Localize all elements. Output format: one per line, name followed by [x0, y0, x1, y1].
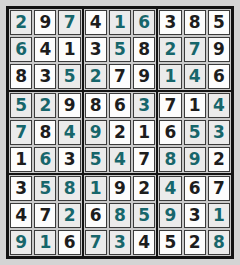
box-4: 529784163 [9, 92, 82, 173]
cell-r2c7[interactable]: 2 [159, 37, 181, 62]
cell-r1c5[interactable]: 1 [109, 10, 131, 35]
cell-r2c8[interactable]: 7 [184, 37, 206, 62]
cell-r2c4[interactable]: 3 [85, 37, 107, 62]
cell-r4c2[interactable]: 2 [34, 93, 56, 118]
cell-r3c1[interactable]: 8 [10, 64, 32, 89]
cell-r3c2[interactable]: 3 [34, 64, 56, 89]
cell-r5c7[interactable]: 6 [159, 120, 181, 145]
cell-r7c1[interactable]: 3 [10, 176, 32, 201]
cell-r6c7[interactable]: 8 [159, 147, 181, 172]
cell-r5c9[interactable]: 3 [208, 120, 230, 145]
cell-r5c4[interactable]: 9 [85, 120, 107, 145]
cell-r2c5[interactable]: 5 [109, 37, 131, 62]
cell-r8c5[interactable]: 8 [109, 203, 131, 228]
cell-r6c4[interactable]: 5 [85, 147, 107, 172]
cell-r2c3[interactable]: 1 [58, 37, 80, 62]
cell-r7c9[interactable]: 7 [208, 176, 230, 201]
cell-r9c5[interactable]: 3 [109, 230, 131, 255]
sudoku-board: 2976418354163582793852791465297841638639… [6, 6, 234, 259]
cell-r6c5[interactable]: 4 [109, 147, 131, 172]
cell-r1c2[interactable]: 9 [34, 10, 56, 35]
box-7: 358472916 [9, 175, 82, 256]
cell-r6c8[interactable]: 9 [184, 147, 206, 172]
cell-r5c3[interactable]: 4 [58, 120, 80, 145]
cell-r9c1[interactable]: 9 [10, 230, 32, 255]
cell-r1c6[interactable]: 6 [133, 10, 155, 35]
cell-r9c9[interactable]: 8 [208, 230, 230, 255]
cell-r8c6[interactable]: 5 [133, 203, 155, 228]
cell-r5c6[interactable]: 1 [133, 120, 155, 145]
cell-r8c2[interactable]: 7 [34, 203, 56, 228]
cell-r8c9[interactable]: 1 [208, 203, 230, 228]
box-6: 714653892 [158, 92, 231, 173]
cell-r6c9[interactable]: 2 [208, 147, 230, 172]
cell-r7c4[interactable]: 1 [85, 176, 107, 201]
cell-r9c6[interactable]: 4 [133, 230, 155, 255]
cell-r7c5[interactable]: 9 [109, 176, 131, 201]
cell-r9c4[interactable]: 7 [85, 230, 107, 255]
cell-r2c9[interactable]: 9 [208, 37, 230, 62]
box-3: 385279146 [158, 9, 231, 90]
cell-r3c8[interactable]: 4 [184, 64, 206, 89]
cell-r2c6[interactable]: 8 [133, 37, 155, 62]
cell-r4c8[interactable]: 1 [184, 93, 206, 118]
box-8: 192685734 [84, 175, 157, 256]
box-9: 467931528 [158, 175, 231, 256]
cell-r6c6[interactable]: 7 [133, 147, 155, 172]
cell-r3c9[interactable]: 6 [208, 64, 230, 89]
cell-r5c1[interactable]: 7 [10, 120, 32, 145]
cell-r5c5[interactable]: 2 [109, 120, 131, 145]
cell-r3c6[interactable]: 9 [133, 64, 155, 89]
page: 2976418354163582793852791465297841638639… [0, 0, 240, 265]
cell-r8c1[interactable]: 4 [10, 203, 32, 228]
cell-r7c8[interactable]: 6 [184, 176, 206, 201]
cell-r1c3[interactable]: 7 [58, 10, 80, 35]
cell-r6c2[interactable]: 6 [34, 147, 56, 172]
cell-r9c8[interactable]: 2 [184, 230, 206, 255]
cell-r9c2[interactable]: 1 [34, 230, 56, 255]
box-5: 863921547 [84, 92, 157, 173]
cell-r7c6[interactable]: 2 [133, 176, 155, 201]
cell-r4c4[interactable]: 8 [85, 93, 107, 118]
cell-r4c6[interactable]: 3 [133, 93, 155, 118]
cell-r1c8[interactable]: 8 [184, 10, 206, 35]
cell-r4c5[interactable]: 6 [109, 93, 131, 118]
cell-r6c3[interactable]: 3 [58, 147, 80, 172]
cell-r1c1[interactable]: 2 [10, 10, 32, 35]
cell-r7c7[interactable]: 4 [159, 176, 181, 201]
cell-r7c2[interactable]: 5 [34, 176, 56, 201]
box-2: 416358279 [84, 9, 157, 90]
cell-r1c4[interactable]: 4 [85, 10, 107, 35]
cell-r3c5[interactable]: 7 [109, 64, 131, 89]
cell-r8c8[interactable]: 3 [184, 203, 206, 228]
cell-r2c2[interactable]: 4 [34, 37, 56, 62]
cell-r9c3[interactable]: 6 [58, 230, 80, 255]
cell-r9c7[interactable]: 5 [159, 230, 181, 255]
cell-r8c7[interactable]: 9 [159, 203, 181, 228]
cell-r6c1[interactable]: 1 [10, 147, 32, 172]
cell-r1c7[interactable]: 3 [159, 10, 181, 35]
cell-r7c3[interactable]: 8 [58, 176, 80, 201]
cell-r4c7[interactable]: 7 [159, 93, 181, 118]
cell-r4c1[interactable]: 5 [10, 93, 32, 118]
cell-r8c4[interactable]: 6 [85, 203, 107, 228]
cell-r5c2[interactable]: 8 [34, 120, 56, 145]
cell-r4c3[interactable]: 9 [58, 93, 80, 118]
box-1: 297641835 [9, 9, 82, 90]
cell-r3c4[interactable]: 2 [85, 64, 107, 89]
cell-r2c1[interactable]: 6 [10, 37, 32, 62]
cell-r3c7[interactable]: 1 [159, 64, 181, 89]
cell-r3c3[interactable]: 5 [58, 64, 80, 89]
cell-r5c8[interactable]: 5 [184, 120, 206, 145]
cell-r1c9[interactable]: 5 [208, 10, 230, 35]
cell-r4c9[interactable]: 4 [208, 93, 230, 118]
cell-r8c3[interactable]: 2 [58, 203, 80, 228]
